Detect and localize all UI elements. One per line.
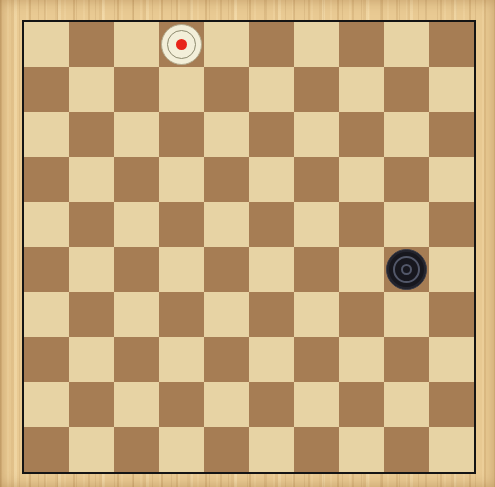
square-3-5[interactable]: [249, 157, 294, 202]
square-9-7[interactable]: [339, 427, 384, 472]
square-3-6[interactable]: [294, 157, 339, 202]
square-4-1[interactable]: [69, 202, 114, 247]
square-6-3[interactable]: [159, 292, 204, 337]
square-1-0[interactable]: [24, 67, 69, 112]
square-8-6[interactable]: [294, 382, 339, 427]
square-8-0[interactable]: [24, 382, 69, 427]
square-0-7[interactable]: [339, 22, 384, 67]
square-6-5[interactable]: [249, 292, 294, 337]
square-8-3[interactable]: [159, 382, 204, 427]
square-9-0[interactable]: [24, 427, 69, 472]
square-2-6[interactable]: [294, 112, 339, 157]
square-3-2[interactable]: [114, 157, 159, 202]
square-6-4[interactable]: [204, 292, 249, 337]
square-6-1[interactable]: [69, 292, 114, 337]
square-6-9[interactable]: [429, 292, 474, 337]
square-4-7[interactable]: [339, 202, 384, 247]
square-9-6[interactable]: [294, 427, 339, 472]
square-3-0[interactable]: [24, 157, 69, 202]
square-7-2[interactable]: [114, 337, 159, 382]
square-6-6[interactable]: [294, 292, 339, 337]
square-7-5[interactable]: [249, 337, 294, 382]
square-5-0[interactable]: [24, 247, 69, 292]
square-1-6[interactable]: [294, 67, 339, 112]
square-5-6[interactable]: [294, 247, 339, 292]
square-4-2[interactable]: [114, 202, 159, 247]
square-5-8[interactable]: [384, 247, 429, 292]
square-2-4[interactable]: [204, 112, 249, 157]
square-9-1[interactable]: [69, 427, 114, 472]
square-6-2[interactable]: [114, 292, 159, 337]
square-3-7[interactable]: [339, 157, 384, 202]
square-2-2[interactable]: [114, 112, 159, 157]
square-8-4[interactable]: [204, 382, 249, 427]
square-3-4[interactable]: [204, 157, 249, 202]
square-2-0[interactable]: [24, 112, 69, 157]
square-3-3[interactable]: [159, 157, 204, 202]
square-9-3[interactable]: [159, 427, 204, 472]
square-2-9[interactable]: [429, 112, 474, 157]
square-0-3[interactable]: [159, 22, 204, 67]
square-3-8[interactable]: [384, 157, 429, 202]
square-9-9[interactable]: [429, 427, 474, 472]
square-7-4[interactable]: [204, 337, 249, 382]
square-0-4[interactable]: [204, 22, 249, 67]
square-9-8[interactable]: [384, 427, 429, 472]
square-5-5[interactable]: [249, 247, 294, 292]
square-7-0[interactable]: [24, 337, 69, 382]
square-9-2[interactable]: [114, 427, 159, 472]
square-1-8[interactable]: [384, 67, 429, 112]
square-0-1[interactable]: [69, 22, 114, 67]
square-2-1[interactable]: [69, 112, 114, 157]
black-man[interactable]: [386, 249, 427, 290]
square-5-9[interactable]: [429, 247, 474, 292]
square-7-7[interactable]: [339, 337, 384, 382]
square-7-9[interactable]: [429, 337, 474, 382]
square-4-6[interactable]: [294, 202, 339, 247]
square-4-8[interactable]: [384, 202, 429, 247]
square-1-2[interactable]: [114, 67, 159, 112]
square-5-7[interactable]: [339, 247, 384, 292]
checkers-board: [22, 20, 476, 474]
square-6-8[interactable]: [384, 292, 429, 337]
square-7-6[interactable]: [294, 337, 339, 382]
white-man[interactable]: [161, 24, 202, 65]
board-grid: [24, 22, 474, 472]
square-0-9[interactable]: [429, 22, 474, 67]
square-1-3[interactable]: [159, 67, 204, 112]
square-0-8[interactable]: [384, 22, 429, 67]
square-6-7[interactable]: [339, 292, 384, 337]
square-1-5[interactable]: [249, 67, 294, 112]
square-1-9[interactable]: [429, 67, 474, 112]
square-8-1[interactable]: [69, 382, 114, 427]
square-1-1[interactable]: [69, 67, 114, 112]
square-4-9[interactable]: [429, 202, 474, 247]
square-8-9[interactable]: [429, 382, 474, 427]
square-8-2[interactable]: [114, 382, 159, 427]
square-3-9[interactable]: [429, 157, 474, 202]
square-5-3[interactable]: [159, 247, 204, 292]
square-7-8[interactable]: [384, 337, 429, 382]
square-5-2[interactable]: [114, 247, 159, 292]
square-7-3[interactable]: [159, 337, 204, 382]
square-9-5[interactable]: [249, 427, 294, 472]
square-4-5[interactable]: [249, 202, 294, 247]
square-6-0[interactable]: [24, 292, 69, 337]
square-0-0[interactable]: [24, 22, 69, 67]
square-1-4[interactable]: [204, 67, 249, 112]
square-0-2[interactable]: [114, 22, 159, 67]
square-9-4[interactable]: [204, 427, 249, 472]
square-2-3[interactable]: [159, 112, 204, 157]
square-4-0[interactable]: [24, 202, 69, 247]
square-2-8[interactable]: [384, 112, 429, 157]
square-8-7[interactable]: [339, 382, 384, 427]
square-3-1[interactable]: [69, 157, 114, 202]
red-dot-marker: [176, 39, 187, 50]
square-0-5[interactable]: [249, 22, 294, 67]
square-4-4[interactable]: [204, 202, 249, 247]
square-2-7[interactable]: [339, 112, 384, 157]
square-5-1[interactable]: [69, 247, 114, 292]
square-0-6[interactable]: [294, 22, 339, 67]
square-7-1[interactable]: [69, 337, 114, 382]
square-4-3[interactable]: [159, 202, 204, 247]
square-5-4[interactable]: [204, 247, 249, 292]
square-8-8[interactable]: [384, 382, 429, 427]
square-2-5[interactable]: [249, 112, 294, 157]
square-8-5[interactable]: [249, 382, 294, 427]
square-1-7[interactable]: [339, 67, 384, 112]
piece-center-ring: [401, 264, 412, 275]
